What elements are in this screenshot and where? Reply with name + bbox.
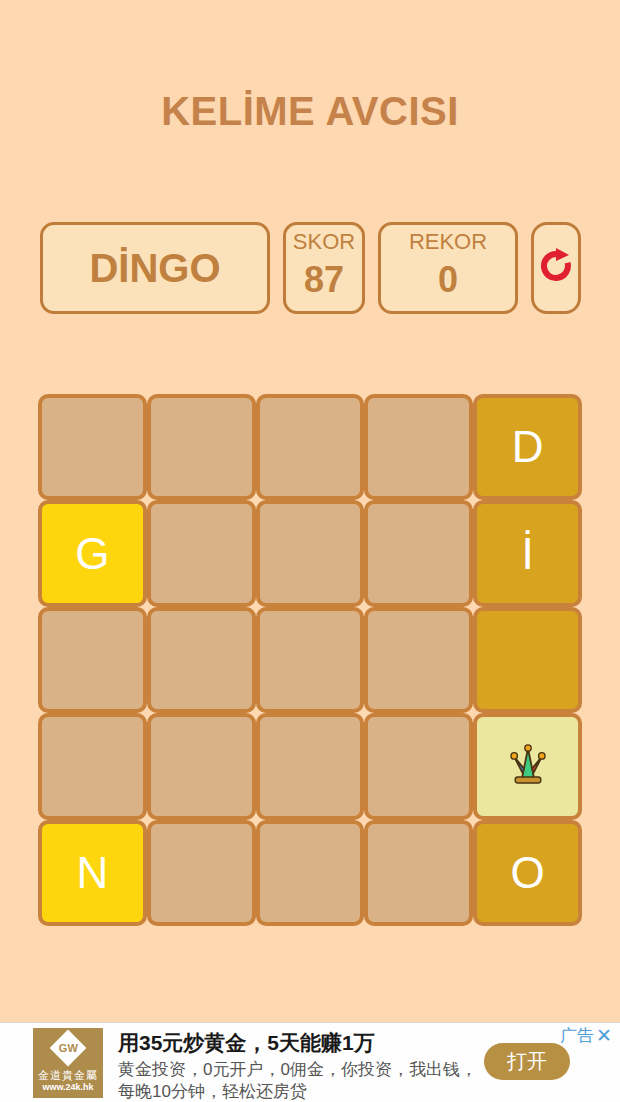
record-label: REKOR xyxy=(409,229,487,255)
page-title: KELİME AVCISI xyxy=(0,0,620,88)
board-cell-r2c1-G[interactable]: G xyxy=(38,500,147,606)
ad-logo[interactable]: GW 金道貴金屬 www.24k.hk xyxy=(33,1028,103,1098)
score-box: SKOR 87 xyxy=(283,222,365,314)
refresh-button[interactable] xyxy=(531,222,581,314)
record-value: 0 xyxy=(438,255,458,311)
board-cell-r3c5[interactable] xyxy=(473,607,582,713)
score-label: SKOR xyxy=(293,229,355,255)
record-box: REKOR 0 xyxy=(378,222,518,314)
board-cell-r5c5-O[interactable]: O xyxy=(473,820,582,926)
board-cell-r4c4[interactable] xyxy=(364,713,473,819)
board-cell-r2c2[interactable] xyxy=(147,500,256,606)
board-cell-r4c3[interactable] xyxy=(256,713,365,819)
board-cell-r4c1[interactable] xyxy=(38,713,147,819)
board-cell-r4c2[interactable] xyxy=(147,713,256,819)
board-cell-r2c5-İ[interactable]: İ xyxy=(473,500,582,606)
ad-open-button[interactable]: 打开 xyxy=(484,1043,570,1080)
refresh-icon xyxy=(538,248,574,288)
ad-body[interactable]: 用35元炒黄金，5天能赚1万 黄金投资，0元开户，0佣金，你投资，我出钱，每晚1… xyxy=(118,1030,480,1102)
ad-badge-label: 广告 xyxy=(560,1024,594,1047)
board-cell-r1c2[interactable] xyxy=(147,394,256,500)
board-cell-r2c4[interactable] xyxy=(364,500,473,606)
tile-letter: D xyxy=(512,422,544,472)
scoreboard: DİNGO SKOR 87 REKOR 0 xyxy=(40,222,580,314)
board-cell-r3c3[interactable] xyxy=(256,607,365,713)
score-value: 87 xyxy=(304,255,344,311)
board-cell-r1c5-D[interactable]: D xyxy=(473,394,582,500)
board: DGİNO xyxy=(38,394,582,926)
tile-letter: G xyxy=(75,529,109,579)
ad-logo-url: www.24k.hk xyxy=(42,1082,93,1093)
board-cell-r5c3[interactable] xyxy=(256,820,365,926)
board-cell-r1c1[interactable] xyxy=(38,394,147,500)
board-cell-r1c3[interactable] xyxy=(256,394,365,500)
board-cell-r5c2[interactable] xyxy=(147,820,256,926)
gw-logo-icon: GW xyxy=(50,1030,87,1067)
board-cell-r3c4[interactable] xyxy=(364,607,473,713)
current-word-box: DİNGO xyxy=(40,222,270,314)
tile-letter: N xyxy=(77,848,109,898)
board-cell-r5c4[interactable] xyxy=(364,820,473,926)
board-cell-r4c5-joker[interactable] xyxy=(473,713,582,819)
ad-description: 黄金投资，0元开户，0佣金，你投资，我出钱，每晚10分钟，轻松还房贷 xyxy=(118,1059,480,1102)
ad-close-icon[interactable]: ✕ xyxy=(596,1025,612,1047)
tile-letter: O xyxy=(510,848,544,898)
board-cell-r5c1-N[interactable]: N xyxy=(38,820,147,926)
board-cell-r3c2[interactable] xyxy=(147,607,256,713)
board-cell-r3c1[interactable] xyxy=(38,607,147,713)
tile-letter: İ xyxy=(521,529,533,579)
ad-banner[interactable]: GW 金道貴金屬 www.24k.hk 用35元炒黄金，5天能赚1万 黄金投资，… xyxy=(0,1022,620,1102)
jester-hat-icon xyxy=(505,743,551,789)
ad-badge: 广告 ✕ xyxy=(560,1024,612,1047)
ad-logo-name: 金道貴金屬 xyxy=(38,1069,98,1082)
board-cell-r2c3[interactable] xyxy=(256,500,365,606)
board-cell-r1c4[interactable] xyxy=(364,394,473,500)
ad-title: 用35元炒黄金，5天能赚1万 xyxy=(118,1030,480,1056)
